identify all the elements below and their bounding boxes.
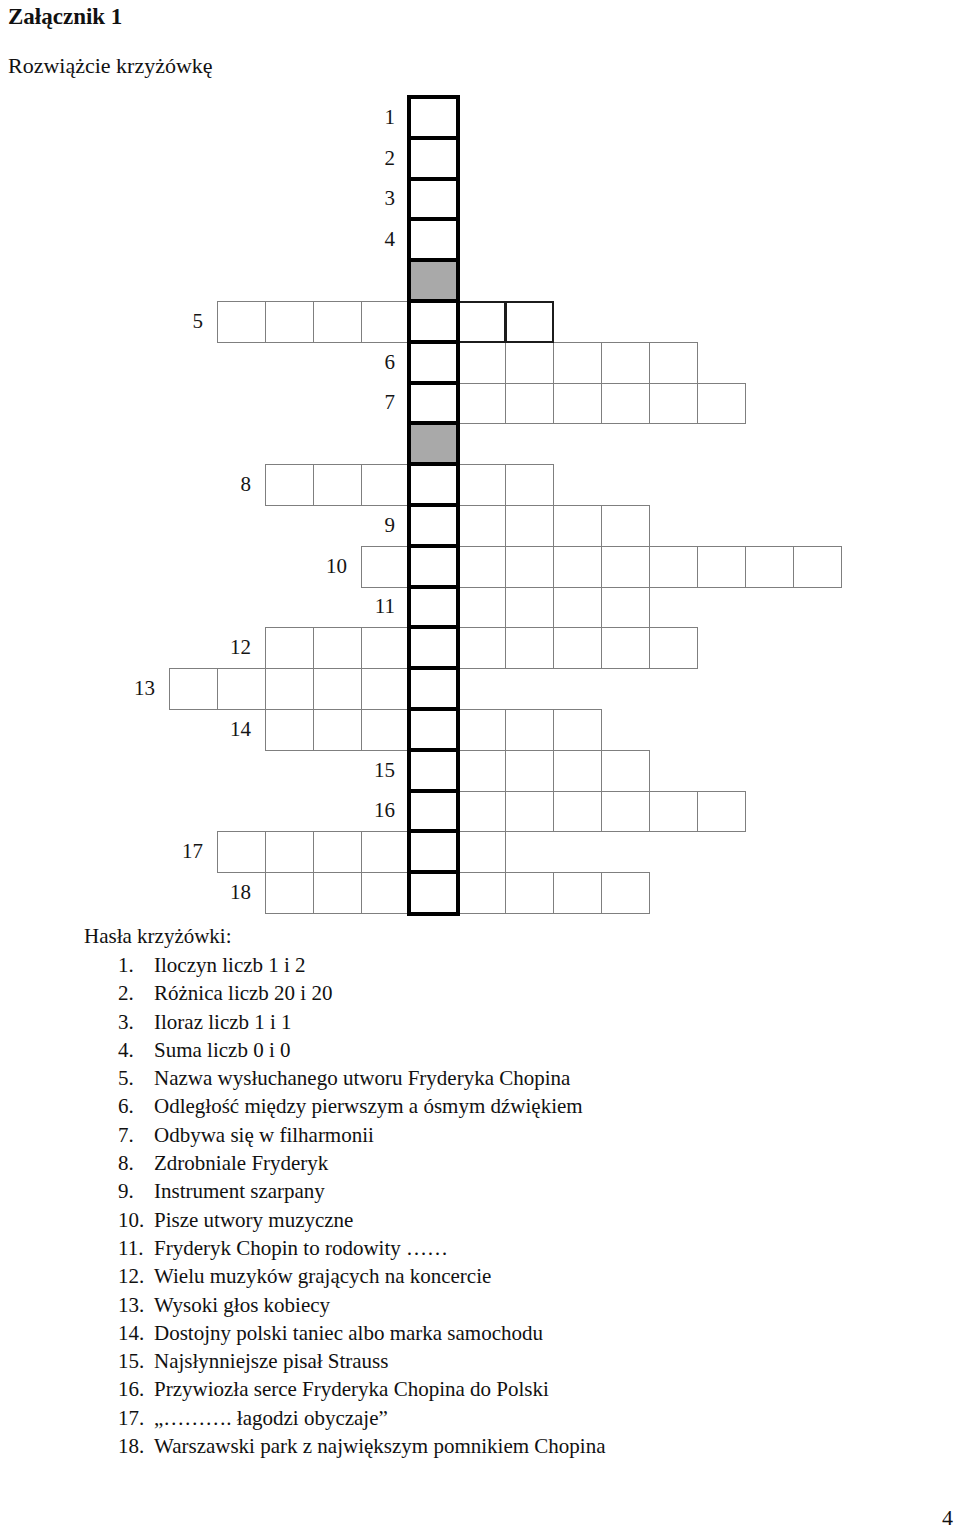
grid-cell[interactable] [553, 342, 602, 384]
grid-cell[interactable] [553, 383, 602, 425]
grid-cell[interactable] [457, 791, 506, 833]
clue-text: Przywiozła serce Fryderyka Chopina do Po… [154, 1375, 549, 1403]
grid-cell[interactable] [457, 342, 506, 384]
key-column-cell[interactable] [407, 748, 460, 794]
grid-cell[interactable] [265, 709, 314, 751]
grid-cell[interactable] [457, 587, 506, 629]
clue-number: 17. [118, 1404, 154, 1432]
row-number-label: 7 [361, 383, 409, 424]
clue-text: Nazwa wysłuchanego utworu Fryderyka Chop… [154, 1064, 570, 1092]
grid-cell[interactable] [217, 831, 266, 873]
grid-cell[interactable] [697, 546, 746, 588]
key-column-cell[interactable] [407, 666, 460, 712]
grid-cell[interactable] [457, 546, 506, 588]
key-column-cell[interactable] [407, 544, 460, 590]
clue-number: 13. [118, 1291, 154, 1319]
grid-cell[interactable] [697, 383, 746, 425]
grid-cell[interactable] [265, 464, 314, 506]
clue-text: Iloraz liczb 1 i 1 [154, 1008, 292, 1036]
grid-cell[interactable] [553, 750, 602, 792]
grid-cell[interactable] [361, 668, 410, 710]
row-number-label: 1 [361, 97, 409, 138]
grid-cell[interactable] [505, 872, 554, 914]
grid-cell[interactable] [505, 750, 554, 792]
grid-cell[interactable] [505, 505, 554, 547]
row-number-label: 10 [313, 546, 361, 587]
key-column-separator-cell [407, 258, 460, 304]
clue-number: 6. [118, 1092, 154, 1120]
clues-heading: Hasła krzyżówki: [84, 921, 605, 951]
grid-cell[interactable] [649, 627, 698, 669]
grid-cell[interactable] [601, 750, 650, 792]
grid-cell[interactable] [313, 464, 362, 506]
clue-text: Najsłynniejsze pisał Strauss [154, 1347, 388, 1375]
clue-number: 16. [118, 1375, 154, 1403]
clue-text: Wysoki głos kobiecy [154, 1291, 330, 1319]
row-number-label: 9 [361, 505, 409, 546]
key-column-separator-cell [407, 421, 460, 467]
clue-text: Zdrobniale Fryderyk [154, 1149, 328, 1177]
grid-cell[interactable] [217, 668, 266, 710]
grid-cell[interactable] [505, 546, 554, 588]
key-column-cell[interactable] [407, 625, 460, 671]
row-number-label: 17 [169, 831, 217, 872]
row-number-label: 2 [361, 138, 409, 179]
clue-text: „………. łagodzi obyczaje” [154, 1404, 388, 1432]
key-column-cell[interactable] [407, 503, 460, 549]
grid-cell[interactable] [505, 627, 554, 669]
clue-text: Wielu muzyków grających na koncercie [154, 1262, 491, 1290]
clue-text: Instrument szarpany [154, 1177, 325, 1205]
clue: 17.„………. łagodzi obyczaje” [118, 1404, 605, 1432]
grid-cell[interactable] [505, 464, 554, 506]
worksheet-page: Załącznik 1 Rozwiążcie krzyżówkę 1234567… [0, 0, 960, 1537]
clue: 6.Odległość między pierwszym a ósmym dźw… [118, 1092, 605, 1120]
grid-cell[interactable] [505, 709, 554, 751]
grid-cell[interactable] [553, 587, 602, 629]
key-column-cell[interactable] [407, 870, 460, 916]
row-number-label: 5 [169, 301, 217, 342]
grid-cell[interactable] [601, 587, 650, 629]
grid-cell[interactable] [457, 383, 506, 425]
grid-cell[interactable] [457, 831, 506, 873]
grid-cell[interactable] [361, 301, 410, 343]
clue: 4.Suma liczb 0 i 0 [118, 1036, 605, 1064]
clue-list: 1.Iloczyn liczb 1 i 22.Różnica liczb 20 … [84, 951, 605, 1460]
grid-cell[interactable] [505, 587, 554, 629]
grid-cell[interactable] [313, 301, 362, 343]
key-column-cell[interactable] [407, 789, 460, 835]
row-number-label: 11 [361, 587, 409, 628]
key-column-cell[interactable] [407, 95, 460, 141]
clues-section: Hasła krzyżówki: 1.Iloczyn liczb 1 i 22.… [84, 921, 605, 1460]
instruction-text: Rozwiążcie krzyżówkę [8, 53, 213, 79]
grid-cell[interactable] [553, 627, 602, 669]
grid-cell[interactable] [505, 791, 554, 833]
grid-cell[interactable] [505, 383, 554, 425]
clue: 16.Przywiozła serce Fryderyka Chopina do… [118, 1375, 605, 1403]
grid-cell[interactable] [313, 668, 362, 710]
clue: 18.Warszawski park z największym pomniki… [118, 1432, 605, 1460]
grid-cell[interactable] [361, 546, 410, 588]
grid-cell[interactable] [697, 791, 746, 833]
grid-cell[interactable] [553, 546, 602, 588]
row-number-label: 3 [361, 179, 409, 220]
grid-cell[interactable] [265, 872, 314, 914]
row-number-label: 16 [361, 791, 409, 832]
grid-cell[interactable] [457, 301, 506, 343]
row-number-label: 13 [121, 668, 169, 709]
clue-number: 4. [118, 1036, 154, 1064]
row-number-label: 6 [361, 342, 409, 383]
clue-number: 18. [118, 1432, 154, 1460]
clue: 11.Fryderyk Chopin to rodowity …… [118, 1234, 605, 1262]
key-column-cell[interactable] [407, 585, 460, 631]
row-number-label: 18 [217, 872, 265, 913]
clue-text: Odbywa się w filharmonii [154, 1121, 374, 1149]
grid-cell[interactable] [505, 301, 554, 343]
clue-number: 12. [118, 1262, 154, 1290]
grid-cell[interactable] [793, 546, 842, 588]
grid-cell[interactable] [457, 872, 506, 914]
grid-cell[interactable] [601, 791, 650, 833]
clue: 7.Odbywa się w filharmonii [118, 1121, 605, 1149]
grid-cell[interactable] [265, 668, 314, 710]
row-number-label: 15 [361, 750, 409, 791]
grid-cell[interactable] [553, 791, 602, 833]
clue: 5.Nazwa wysłuchanego utworu Fryderyka Ch… [118, 1064, 605, 1092]
clue: 2.Różnica liczb 20 i 20 [118, 979, 605, 1007]
grid-cell[interactable] [601, 342, 650, 384]
grid-cell[interactable] [313, 709, 362, 751]
clue: 13.Wysoki głos kobiecy [118, 1291, 605, 1319]
clue-text: Warszawski park z największym pomnikiem … [154, 1432, 605, 1460]
clue-text: Dostojny polski taniec albo marka samoch… [154, 1319, 543, 1347]
clue: 9.Instrument szarpany [118, 1177, 605, 1205]
grid-cell[interactable] [505, 342, 554, 384]
row-number-label: 12 [217, 627, 265, 668]
grid-cell[interactable] [649, 383, 698, 425]
row-number-label: 14 [217, 709, 265, 750]
grid-cell[interactable] [361, 709, 410, 751]
clue: 15.Najsłynniejsze pisał Strauss [118, 1347, 605, 1375]
clue: 10.Pisze utwory muzyczne [118, 1206, 605, 1234]
clue: 1.Iloczyn liczb 1 i 2 [118, 951, 605, 979]
grid-cell[interactable] [361, 627, 410, 669]
clue: 3.Iloraz liczb 1 i 1 [118, 1008, 605, 1036]
key-column-cell[interactable] [407, 299, 460, 345]
clue-number: 5. [118, 1064, 154, 1092]
clue-number: 10. [118, 1206, 154, 1234]
clue: 8.Zdrobniale Fryderyk [118, 1149, 605, 1177]
grid-cell[interactable] [601, 383, 650, 425]
grid-cell[interactable] [553, 505, 602, 547]
clue: 12.Wielu muzyków grających na koncercie [118, 1262, 605, 1290]
grid-cell[interactable] [265, 627, 314, 669]
clue-number: 15. [118, 1347, 154, 1375]
grid-cell[interactable] [457, 709, 506, 751]
page-number: 4 [942, 1505, 953, 1531]
grid-cell[interactable] [361, 831, 410, 873]
key-column-cell[interactable] [407, 707, 460, 753]
clue-text: Fryderyk Chopin to rodowity …… [154, 1234, 448, 1262]
clue-number: 3. [118, 1008, 154, 1036]
grid-cell[interactable] [265, 301, 314, 343]
crossword-grid: 123456789101112131415161718 [121, 97, 841, 914]
grid-cell[interactable] [457, 464, 506, 506]
grid-cell[interactable] [457, 750, 506, 792]
grid-cell[interactable] [361, 464, 410, 506]
clue-text: Różnica liczb 20 i 20 [154, 979, 332, 1007]
grid-cell[interactable] [553, 709, 602, 751]
grid-cell[interactable] [313, 872, 362, 914]
grid-cell[interactable] [649, 546, 698, 588]
grid-cell[interactable] [649, 791, 698, 833]
grid-cell[interactable] [265, 831, 314, 873]
grid-cell[interactable] [553, 872, 602, 914]
grid-cell[interactable] [601, 546, 650, 588]
row-number-label: 8 [217, 464, 265, 505]
key-column-cell[interactable] [407, 462, 460, 508]
key-column-cell[interactable] [407, 177, 460, 223]
clue-number: 2. [118, 979, 154, 1007]
clue-number: 14. [118, 1319, 154, 1347]
clue-number: 9. [118, 1177, 154, 1205]
grid-cell[interactable] [169, 668, 218, 710]
grid-cell[interactable] [601, 872, 650, 914]
key-column-cell[interactable] [407, 340, 460, 386]
clue-number: 11. [118, 1234, 154, 1262]
clue: 14.Dostojny polski taniec albo marka sam… [118, 1319, 605, 1347]
grid-cell[interactable] [601, 627, 650, 669]
grid-cell[interactable] [217, 301, 266, 343]
grid-cell[interactable] [457, 505, 506, 547]
clue-text: Pisze utwory muzyczne [154, 1206, 353, 1234]
clue-text: Iloczyn liczb 1 i 2 [154, 951, 306, 979]
row-number-label: 4 [361, 219, 409, 260]
clue-number: 8. [118, 1149, 154, 1177]
attachment-title: Załącznik 1 [8, 4, 122, 30]
grid-cell[interactable] [313, 627, 362, 669]
clue-number: 1. [118, 951, 154, 979]
key-column-cell[interactable] [407, 136, 460, 182]
grid-cell[interactable] [601, 505, 650, 547]
grid-cell[interactable] [457, 627, 506, 669]
key-column-cell[interactable] [407, 829, 460, 875]
clue-text: Odległość między pierwszym a ósmym dźwię… [154, 1092, 583, 1120]
key-column-cell[interactable] [407, 381, 460, 427]
grid-cell[interactable] [745, 546, 794, 588]
clue-text: Suma liczb 0 i 0 [154, 1036, 290, 1064]
key-column-cell[interactable] [407, 217, 460, 263]
grid-cell[interactable] [361, 872, 410, 914]
grid-cell[interactable] [649, 342, 698, 384]
clue-number: 7. [118, 1121, 154, 1149]
grid-cell[interactable] [313, 831, 362, 873]
